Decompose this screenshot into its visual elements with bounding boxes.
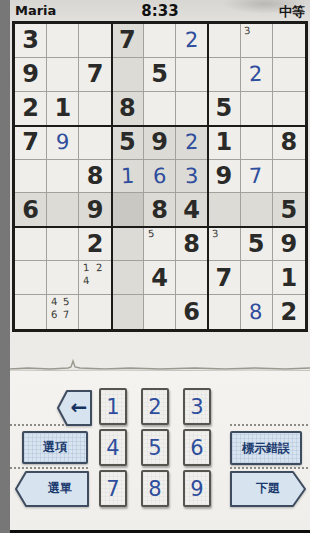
cell-r1c4[interactable]: 7 — [112, 24, 144, 58]
cell-r3c1[interactable]: 2 — [15, 92, 47, 126]
given-digit: 8 — [87, 162, 104, 190]
perforation-line — [230, 467, 308, 469]
header-bar: Maria 8:33 中等 — [10, 0, 310, 21]
cell-r8c7[interactable]: 7 — [208, 261, 240, 295]
mark-errors-button-label: 標示錯誤 — [242, 440, 290, 457]
cell-r8c1[interactable] — [15, 261, 47, 295]
cell-r7c1[interactable] — [15, 227, 47, 261]
given-digit: 9 — [22, 60, 39, 88]
cell-r4c7[interactable]: 1 — [208, 126, 240, 160]
cell-r3c3[interactable] — [79, 92, 111, 126]
given-digit: 2 — [87, 230, 104, 258]
cell-r5c6[interactable]: 3 — [176, 160, 208, 194]
cell-r1c1[interactable]: 3 — [15, 24, 47, 58]
cell-r3c4[interactable]: 8 — [112, 92, 144, 126]
cell-r5c2[interactable] — [47, 160, 79, 194]
key-6[interactable]: 6 — [183, 429, 211, 466]
cell-r4c8[interactable] — [241, 126, 273, 160]
cell-r2c2[interactable] — [47, 58, 79, 92]
given-digit: 5 — [151, 60, 168, 88]
cell-r3c2[interactable]: 1 — [47, 92, 79, 126]
sudoku-board: 3723975221857959218816397698452583591244… — [12, 21, 308, 332]
cell-r2c8[interactable]: 2 — [241, 58, 273, 92]
key-1[interactable]: 1 — [99, 388, 127, 425]
cell-r8c6[interactable] — [176, 261, 208, 295]
pencil-mark: 5 — [63, 297, 70, 307]
given-digit: 5 — [119, 128, 136, 156]
key-4[interactable]: 4 — [99, 429, 127, 466]
difficulty-badge: 中等 — [279, 3, 305, 21]
entered-digit: 2 — [249, 62, 263, 86]
cell-r3c7[interactable]: 5 — [208, 92, 240, 126]
pencil-mark: 1 — [83, 263, 90, 273]
given-digit: 1 — [281, 264, 298, 292]
cell-r7c3[interactable]: 2 — [79, 227, 111, 261]
cell-r2c1[interactable]: 9 — [15, 58, 47, 92]
pencil-mark: 4 — [51, 297, 58, 307]
given-digit: 9 — [281, 230, 298, 258]
next-puzzle-button-label: 下題 — [229, 480, 310, 497]
next-puzzle-button[interactable]: 下題 — [229, 470, 307, 508]
pencil-mark: 7 — [63, 310, 70, 320]
pencil-mark: 3 — [244, 25, 251, 35]
cell-r5c8[interactable]: 7 — [241, 160, 273, 194]
back-arrow-icon: ← — [64, 395, 94, 419]
cell-r5c3[interactable]: 8 — [79, 160, 111, 194]
cell-r7c8[interactable]: 5 — [241, 227, 273, 261]
cell-r6c5[interactable]: 8 — [144, 193, 176, 227]
cell-r9c9[interactable]: 2 — [273, 295, 305, 329]
pencil-mark: 2 — [95, 263, 102, 273]
key-5[interactable]: 5 — [141, 429, 169, 466]
cell-r1c3[interactable] — [79, 24, 111, 58]
entered-digit: 7 — [249, 164, 263, 188]
given-digit: 4 — [151, 264, 168, 292]
pencil-mark: 4 — [83, 276, 90, 286]
entered-digit: 6 — [152, 164, 166, 188]
given-digit: 8 — [183, 230, 200, 258]
cell-r1c7[interactable] — [208, 24, 240, 58]
cell-r5c4[interactable]: 1 — [112, 160, 144, 194]
cell-r1c6[interactable]: 2 — [176, 24, 208, 58]
back-button[interactable]: ← — [56, 389, 94, 427]
pencil-mark: 6 — [51, 310, 58, 320]
entered-digit: 9 — [56, 130, 70, 154]
timer: 8:33 — [10, 2, 310, 20]
cell-r3c6[interactable] — [176, 92, 208, 126]
cell-r8c5[interactable]: 4 — [144, 261, 176, 295]
entered-digit: 2 — [185, 28, 199, 52]
given-digit: 2 — [281, 298, 298, 326]
cell-r2c4[interactable] — [112, 58, 144, 92]
cell-r3c8[interactable] — [241, 92, 273, 126]
given-digit: 7 — [216, 264, 233, 292]
cell-r4c9[interactable]: 8 — [273, 126, 305, 160]
entered-digit: 3 — [185, 164, 199, 188]
cell-r4c5[interactable]: 9 — [144, 126, 176, 160]
given-digit: 1 — [54, 94, 71, 122]
pencil-mark: 5 — [147, 229, 154, 239]
cell-r4c1[interactable]: 7 — [15, 126, 47, 160]
cell-r1c8[interactable]: 3 — [241, 24, 273, 58]
cell-r3c9[interactable] — [273, 92, 305, 126]
cell-r5c9[interactable] — [273, 160, 305, 194]
options-button-label: 選項 — [43, 439, 67, 456]
given-digit: 5 — [216, 94, 233, 122]
menu-button-label: 選單 — [14, 480, 98, 497]
key-2[interactable]: 2 — [141, 388, 169, 425]
cell-r9c8[interactable]: 8 — [241, 295, 273, 329]
cell-r6c4[interactable] — [112, 193, 144, 227]
cell-r7c7[interactable]: 3 — [208, 227, 240, 261]
given-digit: 5 — [281, 196, 298, 224]
given-digit: 9 — [87, 196, 104, 224]
cell-r2c9[interactable] — [273, 58, 305, 92]
cell-r2c6[interactable] — [176, 58, 208, 92]
cell-r9c5[interactable] — [144, 295, 176, 329]
cell-r9c1[interactable] — [15, 295, 47, 329]
menu-button[interactable]: 選單 — [14, 470, 90, 508]
cell-r2c3[interactable]: 7 — [79, 58, 111, 92]
perforation-line — [10, 467, 88, 469]
given-digit: 8 — [281, 128, 298, 156]
cell-r9c2[interactable]: 4567 — [47, 295, 79, 329]
cell-r7c9[interactable]: 9 — [273, 227, 305, 261]
cell-r8c3[interactable]: 124 — [79, 261, 111, 295]
given-digit: 7 — [119, 26, 136, 54]
cell-r5c1[interactable] — [15, 160, 47, 194]
mark-errors-button[interactable]: 標示錯誤 — [230, 431, 302, 465]
key-9[interactable]: 9 — [183, 470, 211, 507]
cell-r2c5[interactable]: 5 — [144, 58, 176, 92]
cell-r9c7[interactable] — [208, 295, 240, 329]
given-digit: 2 — [22, 94, 39, 122]
cell-r1c5[interactable] — [144, 24, 176, 58]
cell-r1c2[interactable] — [47, 24, 79, 58]
cell-r9c6[interactable]: 6 — [176, 295, 208, 329]
given-digit: 8 — [119, 94, 136, 122]
given-digit: 4 — [183, 196, 200, 224]
given-digit: 9 — [216, 162, 233, 190]
given-digit: 1 — [216, 128, 233, 156]
cell-r6c9[interactable]: 5 — [273, 193, 305, 227]
app-screen: Maria 8:33 中等 37239752218579592188163976… — [10, 0, 310, 533]
key-3[interactable]: 3 — [183, 388, 211, 425]
cell-r1c9[interactable] — [273, 24, 305, 58]
given-digit: 8 — [151, 196, 168, 224]
given-digit: 6 — [22, 196, 39, 224]
cell-r4c4[interactable]: 5 — [112, 126, 144, 160]
entered-digit: 2 — [185, 130, 199, 154]
cell-r4c2[interactable]: 9 — [47, 126, 79, 160]
cell-r2c7[interactable] — [208, 58, 240, 92]
cell-r7c5[interactable]: 5 — [144, 227, 176, 261]
perforation-line — [230, 424, 308, 426]
cell-r4c6[interactable]: 2 — [176, 126, 208, 160]
given-digit: 9 — [151, 128, 168, 156]
given-digit: 3 — [22, 26, 39, 54]
given-digit: 6 — [183, 298, 200, 326]
cell-r7c4[interactable] — [112, 227, 144, 261]
cell-r5c5[interactable]: 6 — [144, 160, 176, 194]
cell-r6c8[interactable] — [241, 193, 273, 227]
cell-r9c3[interactable] — [79, 295, 111, 329]
entered-digit: 1 — [120, 164, 134, 188]
cell-r8c4[interactable] — [112, 261, 144, 295]
cell-r3c5[interactable] — [144, 92, 176, 126]
cell-r7c2[interactable] — [47, 227, 79, 261]
key-8[interactable]: 8 — [141, 470, 169, 507]
pencil-mark: 3 — [212, 229, 219, 239]
cell-r9c4[interactable] — [112, 295, 144, 329]
key-7[interactable]: 7 — [99, 470, 127, 507]
cell-r6c1[interactable]: 6 — [15, 193, 47, 227]
cell-r8c9[interactable]: 1 — [273, 261, 305, 295]
cell-r6c6[interactable]: 4 — [176, 193, 208, 227]
given-digit: 7 — [87, 60, 104, 88]
cell-r4c3[interactable] — [79, 126, 111, 160]
control-panel: ← 123456789 選項 標示錯誤 選單 下題 — [10, 371, 310, 533]
cell-r8c8[interactable] — [241, 261, 273, 295]
cell-r5c7[interactable]: 9 — [208, 160, 240, 194]
cell-r8c2[interactable] — [47, 261, 79, 295]
cell-r6c2[interactable] — [47, 193, 79, 227]
given-digit: 5 — [248, 230, 265, 258]
options-button[interactable]: 選項 — [22, 431, 88, 464]
cell-r6c7[interactable] — [208, 193, 240, 227]
cell-r6c3[interactable]: 9 — [79, 193, 111, 227]
entered-digit: 8 — [249, 300, 263, 324]
given-digit: 7 — [22, 128, 39, 156]
cell-r7c6[interactable]: 8 — [176, 227, 208, 261]
